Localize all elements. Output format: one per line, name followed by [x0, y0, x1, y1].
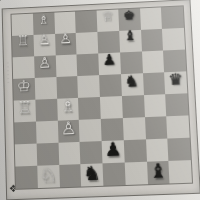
square-h5: ♛	[164, 71, 187, 94]
square-d7	[76, 32, 98, 55]
square-d2	[80, 141, 103, 164]
square-f4	[122, 95, 145, 118]
square-c6	[55, 54, 77, 77]
square-f7: ♝	[119, 30, 142, 53]
square-a3	[14, 122, 36, 145]
white-bishop: ♗	[60, 98, 75, 115]
white-rook: ♖	[17, 34, 30, 48]
photo-of-chess-board: : : : : : : ❖ ♗♕♚♖♙♙♝♙♟♔♞♛♖♗♙♟♘♞♝	[0, 0, 200, 200]
square-b4	[35, 99, 57, 122]
square-h1	[169, 160, 192, 183]
black-knight: ♞	[125, 73, 140, 89]
square-g7	[141, 29, 164, 52]
white-pawn: ♙	[60, 120, 76, 138]
black-queen: ♛	[168, 71, 183, 87]
square-b1: ♘	[37, 165, 59, 188]
margin-microtext: : : : : : :	[4, 63, 11, 104]
board-grid: ♗♕♚♖♙♙♝♙♟♔♞♛♖♗♙♟♘♞♝	[10, 5, 193, 190]
square-h4	[165, 93, 188, 116]
white-knight: ♘	[39, 165, 57, 185]
square-c3: ♙	[57, 120, 79, 143]
square-e5	[99, 74, 122, 97]
square-d8	[75, 11, 97, 33]
square-e6: ♟	[98, 52, 121, 75]
square-g2	[145, 139, 168, 162]
square-h8	[161, 6, 184, 29]
white-pawn: ♙	[59, 32, 72, 46]
square-c7: ♙	[55, 33, 77, 55]
square-d5	[77, 75, 99, 98]
white-queen: ♕	[102, 9, 114, 22]
square-e1	[102, 163, 125, 186]
square-a2	[15, 144, 37, 167]
square-b5	[34, 77, 56, 100]
photo-grain	[0, 0, 1, 1]
square-b6: ♙	[34, 55, 56, 78]
black-bishop: ♝	[124, 29, 137, 43]
square-h2	[168, 138, 191, 161]
square-f5: ♞	[121, 73, 144, 96]
square-d1: ♞	[81, 163, 104, 186]
square-g8	[140, 7, 163, 30]
square-b3	[36, 121, 58, 144]
square-g5	[142, 72, 165, 95]
square-c1	[59, 164, 82, 187]
square-f3	[123, 117, 146, 140]
white-king: ♔	[17, 78, 31, 94]
white-pawn: ♙	[38, 33, 51, 47]
black-bishop: ♝	[149, 161, 168, 181]
square-d4	[78, 97, 101, 120]
white-pawn: ♙	[38, 55, 51, 70]
square-e8: ♕	[97, 9, 119, 31]
square-g3	[144, 116, 167, 139]
square-c2	[58, 142, 81, 165]
white-bishop: ♗	[38, 12, 50, 25]
black-knight: ♞	[83, 164, 101, 184]
square-b2	[36, 143, 58, 166]
square-g6	[142, 51, 165, 74]
square-f1	[124, 162, 147, 185]
square-d6	[77, 53, 99, 76]
square-g1: ♝	[147, 161, 170, 184]
square-h3	[166, 115, 189, 138]
square-e2: ♟	[102, 140, 125, 163]
square-a7: ♖	[12, 35, 34, 57]
square-g4	[143, 94, 166, 117]
square-d3	[79, 119, 102, 142]
black-king: ♚	[123, 8, 135, 21]
square-a1	[15, 166, 37, 189]
white-rook: ♖	[17, 100, 32, 117]
black-pawn: ♟	[102, 52, 116, 67]
square-h7	[162, 28, 185, 51]
black-pawn: ♟	[104, 141, 121, 160]
square-e4	[100, 96, 123, 119]
square-f2	[124, 139, 147, 162]
chess-board: : : : : : : ❖ ♗♕♚♖♙♙♝♙♟♔♞♛♖♗♙♟♘♞♝	[2, 0, 200, 200]
square-a4: ♖	[14, 100, 36, 123]
